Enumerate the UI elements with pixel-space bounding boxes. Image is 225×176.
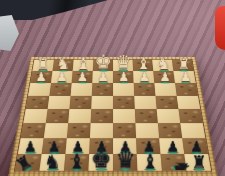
square-e8: ♚ [88, 154, 113, 171]
square-g3 [49, 83, 71, 96]
square-e4 [91, 96, 113, 109]
square-a3 [175, 83, 198, 96]
white-pawn: ♟ [55, 71, 66, 83]
chess-set-photo: ♜♞♝♚♛♝♞♜♟♟♟♟♟♟♟♟♟♟♟♟♟♟♟♟♜♞♝♚♛♝♞♜ [0, 0, 225, 176]
square-e6 [89, 123, 112, 138]
white-pawn: ♟ [159, 71, 170, 83]
white-pawn: ♟ [76, 71, 87, 83]
square-a4 [176, 96, 200, 109]
square-g2: ♟ [50, 71, 72, 83]
chess-board: ♜♞♝♚♛♝♞♜♟♟♟♟♟♟♟♟♟♟♟♟♟♟♟♟♜♞♝♚♛♝♞♜ [7, 57, 219, 176]
square-d6 [113, 123, 136, 138]
square-f6 [66, 123, 90, 138]
board-grid: ♜♞♝♚♛♝♞♜♟♟♟♟♟♟♟♟♟♟♟♟♟♟♟♟♜♞♝♚♛♝♞♜ [14, 60, 210, 171]
square-a2: ♟ [173, 71, 195, 83]
white-pawn: ♟ [117, 71, 128, 83]
square-d2: ♟ [113, 71, 134, 83]
square-d5 [113, 109, 135, 123]
white-pawn: ♟ [179, 71, 190, 83]
square-d4 [113, 96, 135, 109]
square-g8: ♞ [39, 154, 65, 171]
square-a5 [178, 109, 202, 123]
square-d8: ♛ [113, 154, 138, 171]
red-object [215, 6, 225, 50]
square-f3 [70, 83, 92, 96]
square-b8: ♞ [160, 154, 186, 171]
square-h4 [25, 96, 49, 109]
square-b6 [157, 123, 181, 138]
black-rook: ♜ [190, 153, 206, 171]
square-f2: ♟ [71, 71, 92, 83]
square-c3 [133, 83, 155, 96]
black-king: ♚ [90, 148, 111, 171]
square-g5 [45, 109, 69, 123]
black-knight: ♞ [170, 158, 192, 176]
square-b7: ♟ [159, 138, 184, 154]
square-h8: ♜ [14, 154, 41, 171]
square-e2: ♟ [92, 71, 113, 83]
black-bishop: ♝ [67, 152, 85, 172]
board-frame: ♜♞♝♚♛♝♞♜♟♟♟♟♟♟♟♟♟♟♟♟♟♟♟♟♜♞♝♚♛♝♞♜ [7, 57, 219, 176]
white-pawn: ♟ [138, 71, 149, 83]
square-e5 [90, 109, 112, 123]
black-knight: ♞ [43, 152, 60, 171]
square-c4 [134, 96, 156, 109]
square-f5 [68, 109, 91, 123]
square-b3 [154, 83, 176, 96]
square-a6 [180, 123, 205, 138]
square-b2: ♟ [153, 71, 175, 83]
square-e3 [91, 83, 112, 96]
square-b4 [155, 96, 178, 109]
square-f4 [69, 96, 91, 109]
black-rook: ♜ [12, 152, 35, 175]
black-bishop: ♝ [140, 152, 158, 172]
square-h3 [28, 83, 51, 96]
square-b5 [156, 109, 180, 123]
square-d3 [113, 83, 134, 96]
square-c2: ♟ [133, 71, 154, 83]
square-g4 [47, 96, 70, 109]
square-h6 [20, 123, 45, 138]
square-c6 [135, 123, 159, 138]
square-h2: ♟ [30, 71, 52, 83]
square-f8: ♝ [63, 154, 88, 171]
square-c8: ♝ [136, 154, 161, 171]
white-pawn: ♟ [97, 71, 108, 83]
white-pawn: ♟ [35, 71, 46, 83]
black-pawn: ♟ [165, 140, 178, 154]
square-g6 [43, 123, 67, 138]
black-queen: ♛ [115, 149, 135, 171]
square-h5 [23, 109, 47, 123]
square-c5 [134, 109, 157, 123]
